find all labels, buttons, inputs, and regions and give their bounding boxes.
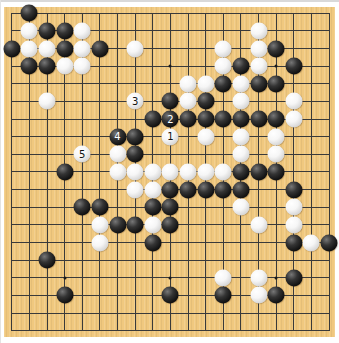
white-stone (215, 40, 232, 57)
white-stone: 5 (74, 146, 91, 163)
white-stone (144, 163, 161, 180)
white-stone (232, 93, 249, 110)
black-stone (215, 111, 232, 128)
white-stone (250, 269, 267, 286)
white-stone (303, 234, 320, 251)
black-stone (180, 181, 197, 198)
move-number-label: 5 (79, 149, 85, 159)
black-stone (91, 40, 108, 57)
move-number-label: 2 (167, 114, 173, 124)
black-stone (285, 181, 302, 198)
white-stone (285, 199, 302, 216)
black-stone (232, 58, 249, 75)
white-stone: 1 (162, 128, 179, 145)
white-stone (74, 22, 91, 39)
black-stone (285, 58, 302, 75)
black-stone (21, 58, 38, 75)
star-point (275, 65, 278, 68)
white-stone (268, 146, 285, 163)
black-stone: 4 (109, 128, 126, 145)
white-stone (21, 40, 38, 57)
black-stone (197, 111, 214, 128)
black-stone (39, 22, 56, 39)
white-stone (285, 93, 302, 110)
grid-horizontal-line (12, 330, 329, 331)
black-stone (56, 40, 73, 57)
white-stone (180, 163, 197, 180)
white-stone (127, 181, 144, 198)
black-stone (321, 234, 338, 251)
star-point (63, 276, 66, 279)
white-stone (215, 163, 232, 180)
white-stone (180, 75, 197, 92)
white-stone (74, 40, 91, 57)
black-stone (162, 199, 179, 216)
black-stone (285, 269, 302, 286)
white-stone (144, 181, 161, 198)
white-stone (91, 234, 108, 251)
black-stone (162, 216, 179, 233)
white-stone (109, 163, 126, 180)
white-stone (232, 75, 249, 92)
black-stone (250, 163, 267, 180)
white-stone (232, 146, 249, 163)
white-stone (250, 58, 267, 75)
grid-vertical-line (329, 13, 330, 330)
black-stone (268, 111, 285, 128)
white-stone (250, 216, 267, 233)
black-stone (162, 93, 179, 110)
white-stone (250, 22, 267, 39)
black-stone (74, 199, 91, 216)
move-number-label: 4 (114, 132, 120, 142)
white-stone: 3 (127, 93, 144, 110)
black-stone (197, 93, 214, 110)
white-stone (180, 93, 197, 110)
black-stone (162, 181, 179, 198)
white-stone (197, 163, 214, 180)
star-point (169, 65, 172, 68)
white-stone (285, 216, 302, 233)
black-stone (215, 287, 232, 304)
white-stone (250, 287, 267, 304)
screenshot: 32415 (0, 0, 339, 343)
star-point (275, 276, 278, 279)
black-stone (127, 216, 144, 233)
white-stone (232, 199, 249, 216)
white-stone (109, 146, 126, 163)
black-stone (250, 75, 267, 92)
black-stone (232, 163, 249, 180)
window-left-edge (0, 0, 1, 343)
white-stone (285, 111, 302, 128)
black-stone (56, 22, 73, 39)
black-stone (56, 163, 73, 180)
black-stone (3, 40, 20, 57)
white-stone (127, 40, 144, 57)
white-stone (56, 58, 73, 75)
black-stone (232, 181, 249, 198)
white-stone (232, 128, 249, 145)
black-stone (127, 146, 144, 163)
white-stone (39, 93, 56, 110)
white-stone (215, 58, 232, 75)
black-stone (39, 58, 56, 75)
white-stone (91, 216, 108, 233)
black-stone (144, 199, 161, 216)
white-stone (197, 128, 214, 145)
white-stone (144, 216, 161, 233)
black-stone (268, 287, 285, 304)
grid-horizontal-line (12, 313, 329, 314)
black-stone (285, 234, 302, 251)
black-stone (197, 181, 214, 198)
white-stone (39, 40, 56, 57)
black-stone (250, 111, 267, 128)
black-stone (127, 128, 144, 145)
black-stone (268, 75, 285, 92)
black-stone (56, 287, 73, 304)
black-stone (39, 252, 56, 269)
black-stone (268, 163, 285, 180)
white-stone (162, 163, 179, 180)
white-stone (127, 163, 144, 180)
black-stone: 2 (162, 111, 179, 128)
move-number-label: 1 (167, 132, 173, 142)
black-stone (91, 199, 108, 216)
star-point (169, 276, 172, 279)
black-stone (21, 5, 38, 22)
black-stone (162, 287, 179, 304)
black-stone (180, 111, 197, 128)
white-stone (215, 269, 232, 286)
black-stone (109, 216, 126, 233)
black-stone (144, 234, 161, 251)
black-stone (268, 40, 285, 57)
white-stone (268, 128, 285, 145)
grid-horizontal-line (12, 242, 329, 243)
move-number-label: 3 (132, 96, 138, 106)
grid-horizontal-line (12, 260, 329, 261)
white-stone (74, 58, 91, 75)
black-stone (215, 75, 232, 92)
black-stone (215, 181, 232, 198)
black-stone (144, 111, 161, 128)
white-stone (250, 40, 267, 57)
white-stone (197, 75, 214, 92)
window-top-edge (0, 0, 339, 2)
black-stone (232, 111, 249, 128)
grid-vertical-line (311, 13, 312, 330)
white-stone (21, 22, 38, 39)
